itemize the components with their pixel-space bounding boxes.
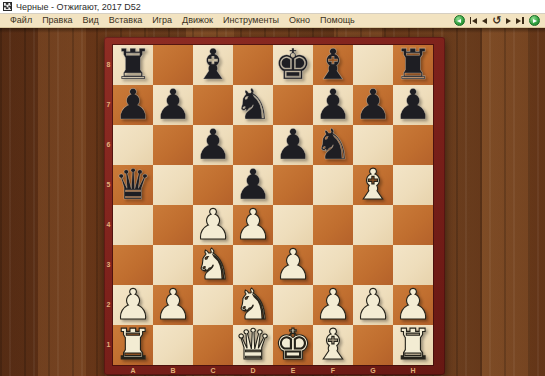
square-e7[interactable] — [273, 85, 313, 125]
square-a4[interactable] — [113, 205, 153, 245]
square-d2[interactable]: ♞ — [233, 285, 273, 325]
square-c8[interactable]: ♝ — [193, 45, 233, 85]
square-c5[interactable] — [193, 165, 233, 205]
last-move-icon — [516, 17, 524, 24]
square-a5[interactable]: ♛ — [113, 165, 153, 205]
white-pawn-a2[interactable]: ♟ — [114, 285, 152, 325]
prev-move-icon — [482, 18, 487, 24]
square-d8[interactable] — [233, 45, 273, 85]
menu-item-1[interactable]: Правка — [37, 14, 77, 27]
chess-board: ♜♝♚♝♜♟♟♞♟♟♟♟♟♞♛♟♝♟♟♞♟♟♟♞♟♟♟♜♛♚♝♜ — [113, 45, 433, 365]
square-d4[interactable]: ♟ — [233, 205, 273, 245]
white-bishop-g5[interactable]: ♝ — [354, 165, 392, 205]
white-pawn-b2[interactable]: ♟ — [154, 285, 192, 325]
square-b3[interactable] — [153, 245, 193, 285]
black-pawn-e6[interactable]: ♟ — [274, 125, 312, 165]
square-h1[interactable]: ♜ — [393, 325, 433, 365]
black-queen-a5[interactable]: ♛ — [114, 165, 152, 205]
next-move-icon — [506, 18, 511, 24]
square-f3[interactable] — [313, 245, 353, 285]
square-e4[interactable] — [273, 205, 313, 245]
black-pawn-h7[interactable]: ♟ — [394, 85, 432, 125]
replay-button[interactable]: ↺ — [492, 15, 501, 27]
file-label-g: G — [353, 367, 393, 375]
nav-green-forward-button[interactable] — [529, 15, 540, 27]
square-g6[interactable] — [353, 125, 393, 165]
square-a3[interactable] — [113, 245, 153, 285]
square-g5[interactable]: ♝ — [353, 165, 393, 205]
black-rook-a8[interactable]: ♜ — [114, 45, 152, 85]
goto-last-move-button[interactable] — [516, 15, 524, 27]
board-frame: 87654321ABCDEFGH ♜♝♚♝♜♟♟♞♟♟♟♟♟♞♛♟♝♟♟♞♟♟♟… — [104, 37, 445, 375]
square-c7[interactable] — [193, 85, 233, 125]
square-a8[interactable]: ♜ — [113, 45, 153, 85]
white-pawn-h2[interactable]: ♟ — [394, 285, 432, 325]
file-label-c: C — [193, 367, 233, 375]
black-pawn-f7[interactable]: ♟ — [314, 85, 352, 125]
square-c2[interactable] — [193, 285, 233, 325]
chessboard-app-icon[interactable] — [3, 2, 12, 11]
menu-list: ФайлПравкаВидВставкаИграДвижокИнструмент… — [5, 14, 360, 27]
black-pawn-b7[interactable]: ♟ — [154, 85, 192, 125]
goto-first-move-button[interactable] — [470, 15, 478, 27]
square-e8[interactable]: ♚ — [273, 45, 313, 85]
square-g3[interactable] — [353, 245, 393, 285]
white-rook-a1[interactable]: ♜ — [114, 325, 152, 365]
square-h4[interactable] — [393, 205, 433, 245]
black-pawn-d5[interactable]: ♟ — [234, 165, 272, 205]
wood-background: 87654321ABCDEFGH ♜♝♚♝♜♟♟♞♟♟♟♟♟♞♛♟♝♟♟♞♟♟♟… — [0, 28, 545, 376]
black-bishop-c8[interactable]: ♝ — [194, 45, 232, 85]
black-king-e8[interactable]: ♚ — [274, 45, 312, 85]
move-navigation-toolbar: ↺ — [454, 15, 540, 27]
square-h2[interactable]: ♟ — [393, 285, 433, 325]
square-h7[interactable]: ♟ — [393, 85, 433, 125]
square-g8[interactable] — [353, 45, 393, 85]
square-e6[interactable]: ♟ — [273, 125, 313, 165]
square-e3[interactable]: ♟ — [273, 245, 313, 285]
square-g7[interactable]: ♟ — [353, 85, 393, 125]
green-circle-left-arrow-icon — [454, 15, 465, 26]
square-f6[interactable]: ♞ — [313, 125, 353, 165]
square-g4[interactable] — [353, 205, 393, 245]
white-king-e1[interactable]: ♚ — [274, 325, 312, 365]
square-g1[interactable] — [353, 325, 393, 365]
square-d6[interactable] — [233, 125, 273, 165]
square-b7[interactable]: ♟ — [153, 85, 193, 125]
file-label-b: B — [153, 367, 193, 375]
square-b2[interactable]: ♟ — [153, 285, 193, 325]
square-f5[interactable] — [313, 165, 353, 205]
square-b6[interactable] — [153, 125, 193, 165]
white-knight-d2[interactable]: ♞ — [234, 285, 272, 325]
rank-label-6: 6 — [104, 125, 113, 165]
square-c4[interactable]: ♟ — [193, 205, 233, 245]
menu-item-4[interactable]: Игра — [147, 14, 177, 27]
white-pawn-g2[interactable]: ♟ — [354, 285, 392, 325]
next-move-button[interactable] — [506, 15, 511, 27]
square-d1[interactable]: ♛ — [233, 325, 273, 365]
app-window: Черные - Отжигают, 2017 D52 ФайлПравкаВи… — [0, 0, 545, 376]
square-f8[interactable]: ♝ — [313, 45, 353, 85]
square-f2[interactable]: ♟ — [313, 285, 353, 325]
white-pawn-f2[interactable]: ♟ — [314, 285, 352, 325]
white-pawn-d4[interactable]: ♟ — [234, 205, 272, 245]
replay-loop-icon: ↺ — [492, 15, 501, 26]
square-a1[interactable]: ♜ — [113, 325, 153, 365]
square-f4[interactable] — [313, 205, 353, 245]
rank-label-7: 7 — [104, 85, 113, 125]
black-bishop-f8[interactable]: ♝ — [314, 45, 352, 85]
black-pawn-a7[interactable]: ♟ — [114, 85, 152, 125]
titlebar: Черные - Отжигают, 2017 D52 — [0, 0, 545, 14]
square-a6[interactable] — [113, 125, 153, 165]
square-b4[interactable] — [153, 205, 193, 245]
square-d3[interactable] — [233, 245, 273, 285]
menu-item-5[interactable]: Движок — [177, 14, 218, 27]
first-move-icon — [470, 17, 478, 24]
square-b5[interactable] — [153, 165, 193, 205]
black-pawn-c6[interactable]: ♟ — [194, 125, 232, 165]
black-knight-d7[interactable]: ♞ — [234, 85, 272, 125]
window-title: Черные - Отжигают, 2017 D52 — [16, 2, 141, 12]
menu-item-2[interactable]: Вид — [78, 14, 104, 27]
square-f1[interactable]: ♝ — [313, 325, 353, 365]
rank-label-1: 1 — [104, 325, 113, 365]
rank-label-4: 4 — [104, 205, 113, 245]
square-h3[interactable] — [393, 245, 433, 285]
white-rook-h1[interactable]: ♜ — [394, 325, 432, 365]
square-c3[interactable]: ♞ — [193, 245, 233, 285]
white-knight-c3[interactable]: ♞ — [194, 245, 232, 285]
square-a2[interactable]: ♟ — [113, 285, 153, 325]
rank-label-8: 8 — [104, 45, 113, 85]
white-queen-d1[interactable]: ♛ — [234, 325, 272, 365]
nav-green-back-button[interactable] — [454, 15, 465, 27]
square-e5[interactable] — [273, 165, 313, 205]
square-g2[interactable]: ♟ — [353, 285, 393, 325]
white-pawn-e3[interactable]: ♟ — [274, 245, 312, 285]
square-e1[interactable]: ♚ — [273, 325, 313, 365]
rank-label-5: 5 — [104, 165, 113, 205]
square-b1[interactable] — [153, 325, 193, 365]
square-h6[interactable] — [393, 125, 433, 165]
rank-label-2: 2 — [104, 285, 113, 325]
white-pawn-c4[interactable]: ♟ — [194, 205, 232, 245]
white-bishop-f1[interactable]: ♝ — [314, 325, 352, 365]
black-knight-f6[interactable]: ♞ — [314, 125, 352, 165]
square-h5[interactable] — [393, 165, 433, 205]
menu-item-7[interactable]: Окно — [284, 14, 315, 27]
square-f7[interactable]: ♟ — [313, 85, 353, 125]
menu-item-6[interactable]: Инструменты — [218, 14, 284, 27]
menubar: ФайлПравкаВидВставкаИграДвижокИнструмент… — [0, 14, 545, 28]
rank-label-3: 3 — [104, 245, 113, 285]
square-b8[interactable] — [153, 45, 193, 85]
square-c6[interactable]: ♟ — [193, 125, 233, 165]
prev-move-button[interactable] — [482, 15, 487, 27]
black-rook-h8[interactable]: ♜ — [394, 45, 432, 85]
square-e2[interactable] — [273, 285, 313, 325]
square-c1[interactable] — [193, 325, 233, 365]
menu-item-0[interactable]: Файл — [5, 14, 37, 27]
menu-item-3[interactable]: Вставка — [104, 14, 147, 27]
menu-item-8[interactable]: Помощь — [315, 14, 360, 27]
green-circle-right-arrow-icon — [529, 15, 540, 26]
square-a7[interactable]: ♟ — [113, 85, 153, 125]
square-d7[interactable]: ♞ — [233, 85, 273, 125]
black-pawn-g7[interactable]: ♟ — [354, 85, 392, 125]
square-h8[interactable]: ♜ — [393, 45, 433, 85]
square-d5[interactable]: ♟ — [233, 165, 273, 205]
